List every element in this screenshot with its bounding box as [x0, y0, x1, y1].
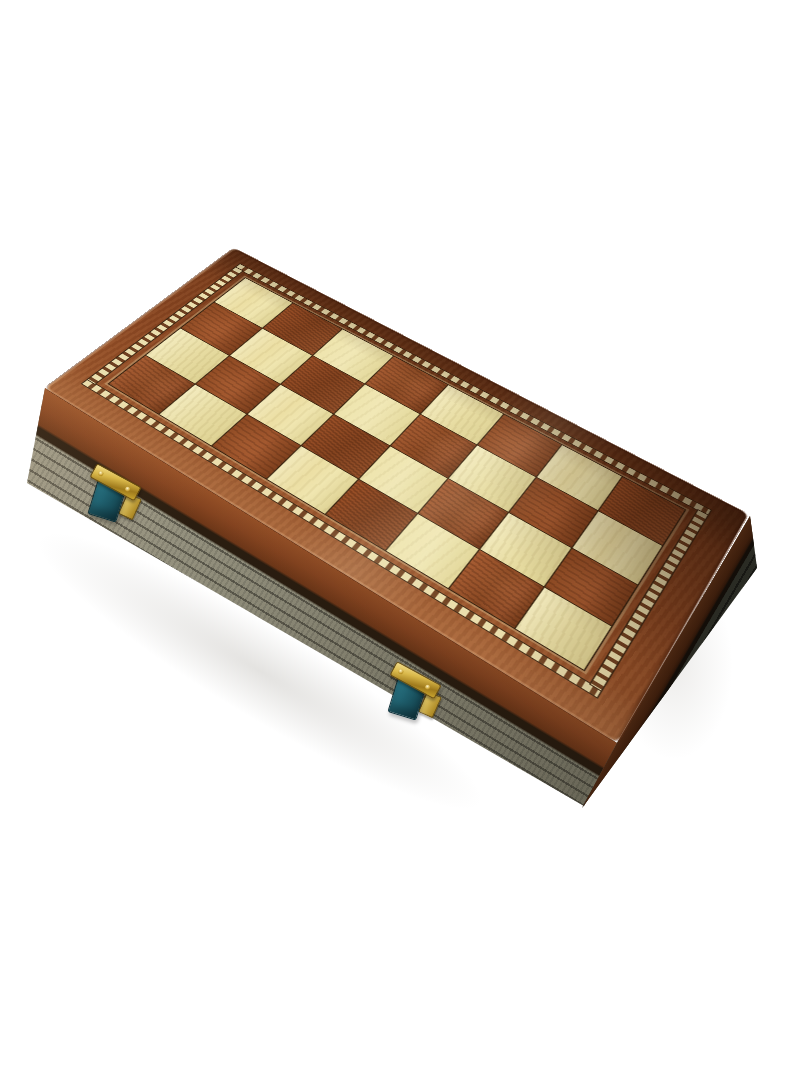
clasp-screw — [424, 684, 431, 691]
clasp-screw — [98, 470, 105, 477]
clasp-1 — [95, 460, 155, 530]
clasp-screw — [398, 668, 405, 675]
clasp-screw — [124, 486, 131, 493]
clasp-2 — [395, 658, 455, 728]
product-photo-chess-box — [0, 0, 800, 1091]
